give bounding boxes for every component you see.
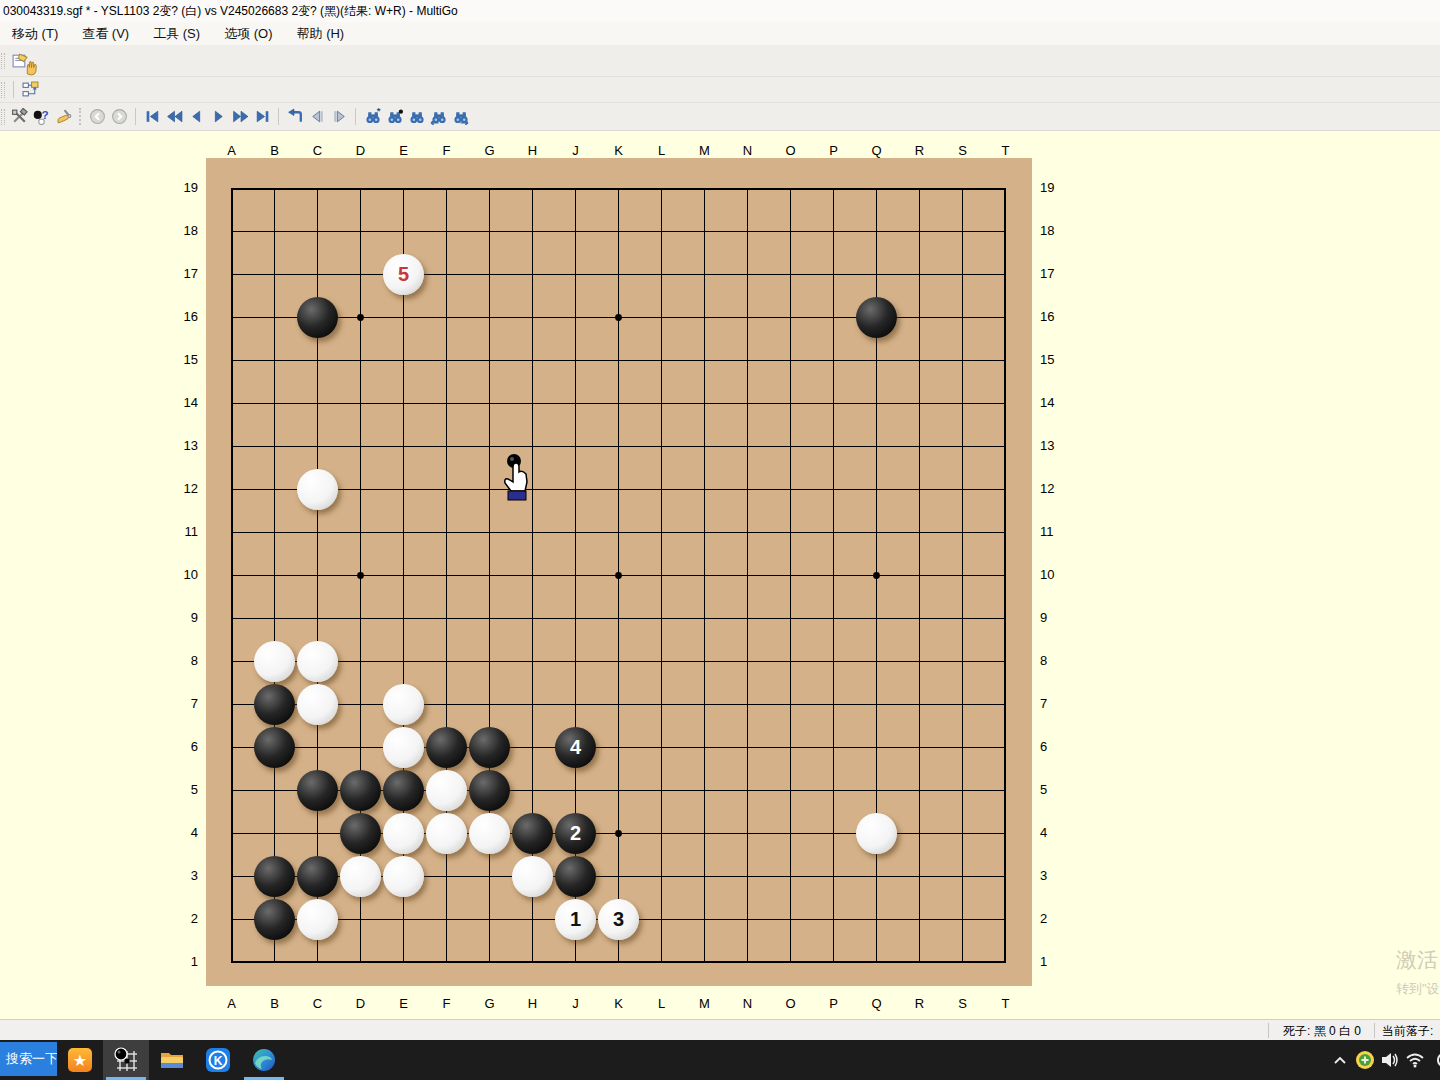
stone-grid[interactable]: 42513 xyxy=(210,167,1027,984)
move-number: 2 xyxy=(570,822,581,845)
coord-row-13-left: 13 xyxy=(168,438,198,453)
coord-row-9-right: 9 xyxy=(1040,610,1070,625)
coord-col-F-bottom: F xyxy=(425,996,468,1011)
coord-row-12-left: 12 xyxy=(168,481,198,496)
coord-row-4-left: 4 xyxy=(168,825,198,840)
tray-speaker-icon[interactable] xyxy=(1377,1040,1402,1080)
coord-col-E-top: E xyxy=(382,143,425,158)
toolbar-grip[interactable] xyxy=(1,82,5,98)
stone-black-Q16 xyxy=(856,297,897,338)
svg-text:★: ★ xyxy=(73,1052,87,1069)
toolbar-navigate: ?* xyxy=(0,103,1440,131)
nav-forward-icon[interactable] xyxy=(207,106,229,128)
tray-partial-icon[interactable] xyxy=(1427,1040,1440,1080)
status-separator xyxy=(1374,1023,1375,1038)
stone-black-H4 xyxy=(512,813,553,854)
stone-white-H3 xyxy=(512,856,553,897)
toolbar-grip[interactable] xyxy=(1,53,5,69)
stone-white-B8 xyxy=(254,641,295,682)
menu-item-3[interactable]: 选项 (O) xyxy=(212,22,284,45)
stone-black-J6: 4 xyxy=(555,727,596,768)
nav-back-circle-icon xyxy=(86,106,108,128)
toolbar-grip[interactable] xyxy=(1,109,5,125)
coord-row-15-left: 15 xyxy=(168,352,198,367)
stone-black-C3 xyxy=(297,856,338,897)
nav-last-icon[interactable] xyxy=(251,106,273,128)
coord-col-N-top: N xyxy=(726,143,769,158)
stone-white-J2: 1 xyxy=(555,899,596,940)
coord-row-4-right: 4 xyxy=(1040,825,1070,840)
find-icon[interactable] xyxy=(405,106,427,128)
nav-back-icon[interactable] xyxy=(185,106,207,128)
coord-row-13-right: 13 xyxy=(1040,438,1070,453)
stone-white-F5 xyxy=(426,770,467,811)
taskbar-app-multigo[interactable] xyxy=(103,1040,149,1080)
coord-col-L-top: L xyxy=(640,143,683,158)
coord-col-C-top: C xyxy=(296,143,339,158)
stone-white-F4 xyxy=(426,813,467,854)
coord-col-Q-bottom: Q xyxy=(855,996,898,1011)
coord-row-6-right: 6 xyxy=(1040,739,1070,754)
coord-row-9-left: 9 xyxy=(168,610,198,625)
find-first-icon[interactable]: * xyxy=(361,106,383,128)
coord-row-2-left: 2 xyxy=(168,911,198,926)
coord-row-10-left: 10 xyxy=(168,567,198,582)
stone-white-C7 xyxy=(297,684,338,725)
coord-col-N-bottom: N xyxy=(726,996,769,1011)
menu-bar: 移动 (T)查看 (V)工具 (S)选项 (O)帮助 (H) xyxy=(0,22,1440,45)
stone-black-D4 xyxy=(340,813,381,854)
coord-col-D-top: D xyxy=(339,143,382,158)
coord-row-7-left: 7 xyxy=(168,696,198,711)
coord-row-7-right: 7 xyxy=(1040,696,1070,711)
stone-black-B6 xyxy=(254,727,295,768)
menu-item-0[interactable]: 移动 (T) xyxy=(0,22,70,45)
coord-row-16-left: 16 xyxy=(168,309,198,324)
nav-first-icon[interactable] xyxy=(141,106,163,128)
toolbar-separator xyxy=(278,108,279,125)
coord-row-18-left: 18 xyxy=(168,223,198,238)
stone-white-C2 xyxy=(297,899,338,940)
stone-black-C16 xyxy=(297,297,338,338)
move-number: 1 xyxy=(570,908,581,931)
svg-text:K: K xyxy=(214,1054,223,1068)
menu-item-2[interactable]: 工具 (S) xyxy=(141,22,212,45)
stone-white-E3 xyxy=(383,856,424,897)
coord-row-5-right: 5 xyxy=(1040,782,1070,797)
stone-black-J3 xyxy=(555,856,596,897)
branch-back-icon xyxy=(306,106,328,128)
stone-black-F6 xyxy=(426,727,467,768)
toolbar-separator xyxy=(135,108,136,125)
coord-row-15-right: 15 xyxy=(1040,352,1070,367)
coord-row-14-right: 14 xyxy=(1040,395,1070,410)
coord-row-8-right: 8 xyxy=(1040,653,1070,668)
pan-hand-icon[interactable] xyxy=(19,57,41,79)
stone-black-J4: 2 xyxy=(555,813,596,854)
tray-wifi-icon[interactable] xyxy=(1402,1040,1427,1080)
coord-col-G-bottom: G xyxy=(468,996,511,1011)
coord-row-14-left: 14 xyxy=(168,395,198,410)
find-back-icon[interactable] xyxy=(427,106,449,128)
coord-col-G-top: G xyxy=(468,143,511,158)
coord-col-M-bottom: M xyxy=(683,996,726,1011)
coord-col-M-top: M xyxy=(683,143,726,158)
coord-col-J-bottom: J xyxy=(554,996,597,1011)
coord-row-11-left: 11 xyxy=(168,524,198,539)
coord-col-T-top: T xyxy=(984,143,1027,158)
nav-fast-forward-icon[interactable] xyxy=(229,106,251,128)
coord-col-K-top: K xyxy=(597,143,640,158)
stone-black-B2 xyxy=(254,899,295,940)
stone-white-C12 xyxy=(297,469,338,510)
coord-row-18-right: 18 xyxy=(1040,223,1070,238)
stone-white-E7 xyxy=(383,684,424,725)
taskbar-app-edge[interactable] xyxy=(241,1040,287,1080)
cursor-hand-with-stone-icon xyxy=(499,452,535,504)
toolbar-separator xyxy=(79,108,81,125)
coord-col-D-bottom: D xyxy=(339,996,382,1011)
menu-item-1[interactable]: 查看 (V) xyxy=(70,22,141,45)
stone-white-G4 xyxy=(469,813,510,854)
taskbar-app-star-app[interactable]: ★ xyxy=(57,1040,103,1080)
coord-row-10-right: 10 xyxy=(1040,567,1070,582)
coord-row-12-right: 12 xyxy=(1040,481,1070,496)
stone-black-G5 xyxy=(469,770,510,811)
coord-row-16-right: 16 xyxy=(1040,309,1070,324)
coord-col-R-bottom: R xyxy=(898,996,941,1011)
stone-black-G6 xyxy=(469,727,510,768)
svg-text:*: * xyxy=(376,108,380,116)
stone-white-C8 xyxy=(297,641,338,682)
coord-col-F-top: F xyxy=(425,143,468,158)
up-level-icon[interactable] xyxy=(284,106,306,128)
stone-black-B3 xyxy=(254,856,295,897)
coord-col-O-bottom: O xyxy=(769,996,812,1011)
coord-col-P-bottom: P xyxy=(812,996,855,1011)
coord-col-J-top: J xyxy=(554,143,597,158)
coord-col-O-top: O xyxy=(769,143,812,158)
client-area: 42513 AABBCCDDEEFFGGHHJJKKLLMMNNOOPPQQRR… xyxy=(0,131,1440,1020)
stone-black-C5 xyxy=(297,770,338,811)
window-title: 030043319.sgf * - YSL1103 2变? (白) vs V24… xyxy=(0,0,1440,22)
coord-row-6-left: 6 xyxy=(168,739,198,754)
coord-row-2-right: 2 xyxy=(1040,911,1070,926)
captures-status: 死子: 黑 0 白 0 xyxy=(1283,1023,1361,1040)
coord-col-B-bottom: B xyxy=(253,996,296,1011)
find-forward-icon[interactable] xyxy=(449,106,471,128)
coord-col-L-bottom: L xyxy=(640,996,683,1011)
stone-white-K2: 3 xyxy=(598,899,639,940)
coord-col-S-top: S xyxy=(941,143,984,158)
coord-row-3-left: 3 xyxy=(168,868,198,883)
coord-row-17-right: 17 xyxy=(1040,266,1070,281)
stone-black-D5 xyxy=(340,770,381,811)
move-number: 5 xyxy=(398,263,409,286)
status-separator xyxy=(1268,1023,1269,1038)
stone-black-B7 xyxy=(254,684,295,725)
coord-row-19-right: 19 xyxy=(1040,180,1070,195)
nav-fast-back-icon[interactable] xyxy=(163,106,185,128)
tray-antivirus-icon[interactable] xyxy=(1352,1040,1377,1080)
stone-white-E17: 5 xyxy=(383,254,424,295)
taskbar: 搜索一下 ★K xyxy=(0,1040,1440,1080)
coord-row-5-left: 5 xyxy=(168,782,198,797)
move-number: 3 xyxy=(613,908,624,931)
coord-row-11-right: 11 xyxy=(1040,524,1070,539)
toolbar-edit xyxy=(0,77,1440,103)
coord-col-A-top: A xyxy=(210,143,253,158)
windows-activation-watermark: 激活 W 转到"设 xyxy=(1396,946,1440,998)
branch-forward-icon xyxy=(328,106,350,128)
move-number: 4 xyxy=(570,736,581,759)
stone-white-D3 xyxy=(340,856,381,897)
stone-black-E5 xyxy=(383,770,424,811)
tools-icon[interactable] xyxy=(8,106,30,128)
coord-col-A-bottom: A xyxy=(210,996,253,1011)
stone-white-E4 xyxy=(383,813,424,854)
coord-col-K-bottom: K xyxy=(597,996,640,1011)
coord-row-1-left: 1 xyxy=(168,954,198,969)
current-move-status: 当前落子: xyxy=(1382,1023,1433,1040)
nav-forward-circle-icon xyxy=(108,106,130,128)
toolbar-standard xyxy=(0,45,1440,77)
coord-row-3-right: 3 xyxy=(1040,868,1070,883)
stone-white-Q4 xyxy=(856,813,897,854)
stone-white-E6 xyxy=(383,727,424,768)
coord-col-S-bottom: S xyxy=(941,996,984,1011)
coord-col-Q-top: Q xyxy=(855,143,898,158)
coord-col-H-bottom: H xyxy=(511,996,554,1011)
coord-col-H-top: H xyxy=(511,143,554,158)
coord-col-E-bottom: E xyxy=(382,996,425,1011)
edit-hand-icon[interactable] xyxy=(52,106,74,128)
coord-col-T-bottom: T xyxy=(984,996,1027,1011)
taskbar-app-kugou[interactable]: K xyxy=(195,1040,241,1080)
coord-row-8-left: 8 xyxy=(168,653,198,668)
coord-col-R-top: R xyxy=(898,143,941,158)
coord-row-1-right: 1 xyxy=(1040,954,1070,969)
coord-col-P-top: P xyxy=(812,143,855,158)
taskbar-search[interactable]: 搜索一下 xyxy=(0,1042,57,1076)
menu-item-4[interactable]: 帮助 (H) xyxy=(285,22,357,45)
coord-col-C-bottom: C xyxy=(296,996,339,1011)
coord-col-B-top: B xyxy=(253,143,296,158)
coord-row-19-left: 19 xyxy=(168,180,198,195)
coord-row-17-left: 17 xyxy=(168,266,198,281)
status-bar: 死子: 黑 0 白 0 当前落子: xyxy=(0,1019,1440,1040)
toolbar-separator xyxy=(355,108,356,125)
tray-chevron-up-icon[interactable] xyxy=(1327,1040,1352,1080)
find-stone-icon[interactable] xyxy=(383,106,405,128)
setup-tree-icon[interactable] xyxy=(19,79,41,101)
stone-help-icon[interactable]: ? xyxy=(30,106,52,128)
toolbar-separator xyxy=(13,81,14,98)
taskbar-app-explorer[interactable] xyxy=(149,1040,195,1080)
